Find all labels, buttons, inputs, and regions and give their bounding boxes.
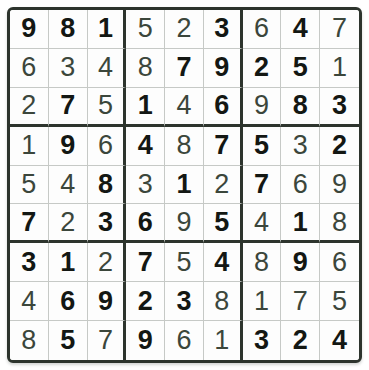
cell-r4c3[interactable]: 6 bbox=[88, 127, 127, 166]
cell-r6c8[interactable]: 1 bbox=[281, 204, 320, 243]
cell-r8c1[interactable]: 4 bbox=[10, 282, 49, 321]
cell-r9c6[interactable]: 1 bbox=[204, 321, 243, 360]
cell-r6c3[interactable]: 3 bbox=[88, 204, 127, 243]
cell-r1c6[interactable]: 3 bbox=[204, 10, 243, 49]
cell-r7c3[interactable]: 2 bbox=[88, 243, 127, 282]
cell-r1c4[interactable]: 5 bbox=[126, 10, 165, 49]
cell-r5c4[interactable]: 3 bbox=[126, 166, 165, 205]
cell-r8c9[interactable]: 5 bbox=[320, 282, 359, 321]
cell-r9c8[interactable]: 2 bbox=[281, 321, 320, 360]
cell-r2c1[interactable]: 6 bbox=[10, 49, 49, 88]
cell-r4c9[interactable]: 2 bbox=[320, 127, 359, 166]
cell-r2c3[interactable]: 4 bbox=[88, 49, 127, 88]
cell-r9c3[interactable]: 7 bbox=[88, 321, 127, 360]
cell-r6c7[interactable]: 4 bbox=[243, 204, 282, 243]
cell-r5c9[interactable]: 9 bbox=[320, 166, 359, 205]
cell-r1c3[interactable]: 1 bbox=[88, 10, 127, 49]
cell-r4c8[interactable]: 3 bbox=[281, 127, 320, 166]
cell-r3c4[interactable]: 1 bbox=[126, 88, 165, 127]
cell-r9c7[interactable]: 3 bbox=[243, 321, 282, 360]
cell-r8c8[interactable]: 7 bbox=[281, 282, 320, 321]
sudoku-board: 9815236476348792512751469831964875325483… bbox=[7, 7, 362, 363]
cell-r3c7[interactable]: 9 bbox=[243, 88, 282, 127]
cell-r4c7[interactable]: 5 bbox=[243, 127, 282, 166]
cell-r1c7[interactable]: 6 bbox=[243, 10, 282, 49]
cell-r5c3[interactable]: 8 bbox=[88, 166, 127, 205]
cell-r7c2[interactable]: 1 bbox=[49, 243, 88, 282]
cell-r9c9[interactable]: 4 bbox=[320, 321, 359, 360]
cell-r7c6[interactable]: 4 bbox=[204, 243, 243, 282]
cell-r3c9[interactable]: 3 bbox=[320, 88, 359, 127]
cell-r2c2[interactable]: 3 bbox=[49, 49, 88, 88]
cell-r2c5[interactable]: 7 bbox=[165, 49, 204, 88]
cell-r7c7[interactable]: 8 bbox=[243, 243, 282, 282]
cell-r6c6[interactable]: 5 bbox=[204, 204, 243, 243]
cell-r4c5[interactable]: 8 bbox=[165, 127, 204, 166]
cell-r3c1[interactable]: 2 bbox=[10, 88, 49, 127]
cell-r9c2[interactable]: 5 bbox=[49, 321, 88, 360]
cell-r7c1[interactable]: 3 bbox=[10, 243, 49, 282]
cell-r5c2[interactable]: 4 bbox=[49, 166, 88, 205]
cell-r8c5[interactable]: 3 bbox=[165, 282, 204, 321]
cell-r6c4[interactable]: 6 bbox=[126, 204, 165, 243]
cell-r5c8[interactable]: 6 bbox=[281, 166, 320, 205]
cell-r1c1[interactable]: 9 bbox=[10, 10, 49, 49]
cell-r1c9[interactable]: 7 bbox=[320, 10, 359, 49]
cell-r4c1[interactable]: 1 bbox=[10, 127, 49, 166]
cell-r9c4[interactable]: 9 bbox=[126, 321, 165, 360]
cell-r9c1[interactable]: 8 bbox=[10, 321, 49, 360]
cell-r8c7[interactable]: 1 bbox=[243, 282, 282, 321]
cell-r2c4[interactable]: 8 bbox=[126, 49, 165, 88]
cell-r8c4[interactable]: 2 bbox=[126, 282, 165, 321]
cell-r8c3[interactable]: 9 bbox=[88, 282, 127, 321]
cell-r7c4[interactable]: 7 bbox=[126, 243, 165, 282]
cell-r5c6[interactable]: 2 bbox=[204, 166, 243, 205]
cell-r3c6[interactable]: 6 bbox=[204, 88, 243, 127]
cell-r4c4[interactable]: 4 bbox=[126, 127, 165, 166]
cell-r7c8[interactable]: 9 bbox=[281, 243, 320, 282]
cell-r2c9[interactable]: 1 bbox=[320, 49, 359, 88]
cell-r2c6[interactable]: 9 bbox=[204, 49, 243, 88]
cell-r5c1[interactable]: 5 bbox=[10, 166, 49, 205]
cell-r8c2[interactable]: 6 bbox=[49, 282, 88, 321]
cell-r5c5[interactable]: 1 bbox=[165, 166, 204, 205]
cell-r3c5[interactable]: 4 bbox=[165, 88, 204, 127]
cell-r2c7[interactable]: 2 bbox=[243, 49, 282, 88]
cell-r5c7[interactable]: 7 bbox=[243, 166, 282, 205]
cell-r2c8[interactable]: 5 bbox=[281, 49, 320, 88]
cell-r6c9[interactable]: 8 bbox=[320, 204, 359, 243]
sudoku-page: 9815236476348792512751469831964875325483… bbox=[0, 0, 369, 370]
cell-r1c2[interactable]: 8 bbox=[49, 10, 88, 49]
cell-r6c5[interactable]: 9 bbox=[165, 204, 204, 243]
cell-r7c5[interactable]: 5 bbox=[165, 243, 204, 282]
cell-r1c8[interactable]: 4 bbox=[281, 10, 320, 49]
cell-r7c9[interactable]: 6 bbox=[320, 243, 359, 282]
cell-r1c5[interactable]: 2 bbox=[165, 10, 204, 49]
cell-r3c8[interactable]: 8 bbox=[281, 88, 320, 127]
cell-r3c2[interactable]: 7 bbox=[49, 88, 88, 127]
cell-r6c2[interactable]: 2 bbox=[49, 204, 88, 243]
cell-r6c1[interactable]: 7 bbox=[10, 204, 49, 243]
cell-r4c2[interactable]: 9 bbox=[49, 127, 88, 166]
cell-r9c5[interactable]: 6 bbox=[165, 321, 204, 360]
cell-r8c6[interactable]: 8 bbox=[204, 282, 243, 321]
cell-r4c6[interactable]: 7 bbox=[204, 127, 243, 166]
cell-r3c3[interactable]: 5 bbox=[88, 88, 127, 127]
